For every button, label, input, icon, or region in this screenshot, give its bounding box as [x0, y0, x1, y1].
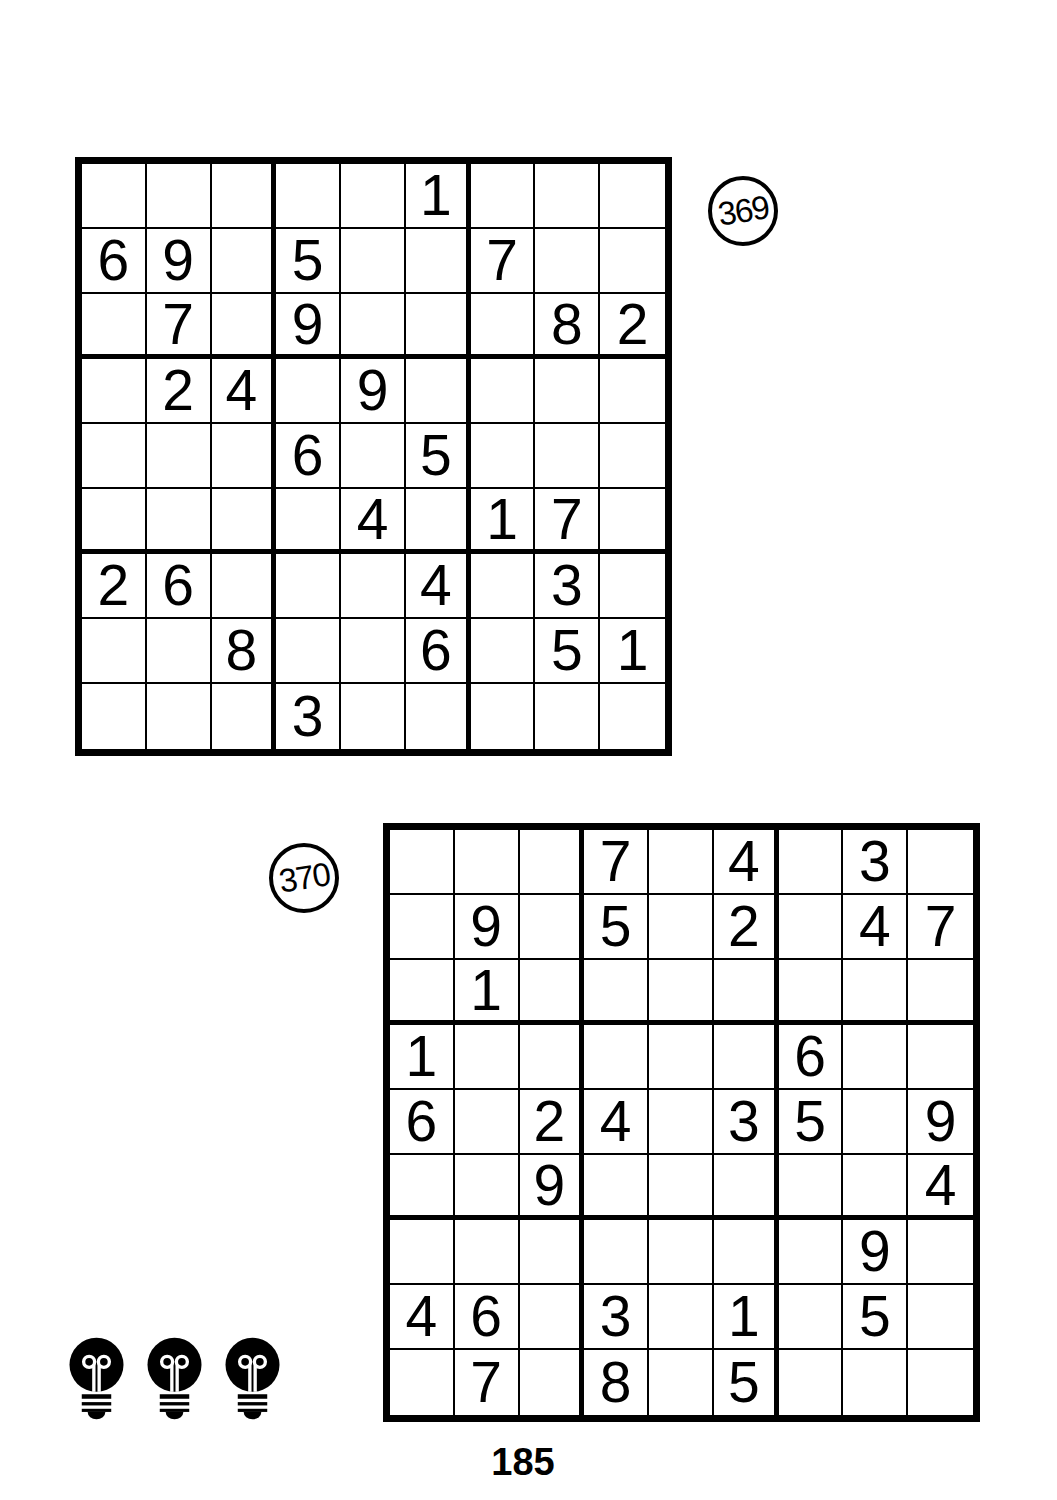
cell-r4c5: 9	[341, 359, 406, 424]
cell-r2c9: 7	[908, 895, 973, 960]
cell-r6c6[interactable]	[406, 489, 471, 554]
cell-r4c4[interactable]	[584, 1025, 649, 1090]
cell-r1c9[interactable]	[908, 830, 973, 895]
cell-r3c8[interactable]	[843, 960, 908, 1025]
cell-r2c6: 2	[714, 895, 779, 960]
cell-r8c9[interactable]	[908, 1285, 973, 1350]
cell-r7c8: 3	[535, 554, 600, 619]
cell-r4c2: 2	[147, 359, 212, 424]
cell-r3c2: 7	[147, 294, 212, 359]
puzzle-370-number-badge: 370	[269, 843, 339, 913]
cell-r9c4: 8	[584, 1350, 649, 1415]
cell-r3c5[interactable]	[649, 960, 714, 1025]
cell-r7c6: 4	[406, 554, 471, 619]
cell-r9c5[interactable]	[649, 1350, 714, 1415]
lightbulb-icon	[69, 1337, 124, 1424]
cell-r9c9[interactable]	[600, 684, 665, 749]
cell-r3c8: 8	[535, 294, 600, 359]
book-page: 369 16957798224965417264386513 370 74395…	[0, 0, 1057, 1500]
cell-r1c7[interactable]	[471, 164, 536, 229]
cell-r9c6[interactable]	[406, 684, 471, 749]
cell-r3c9[interactable]	[908, 960, 973, 1025]
cell-r6c9[interactable]	[600, 489, 665, 554]
cell-r5c4: 4	[584, 1090, 649, 1155]
cell-r8c5[interactable]	[649, 1285, 714, 1350]
cell-r5c7[interactable]	[471, 424, 536, 489]
cell-r2c3[interactable]	[520, 895, 585, 960]
cell-r6c4[interactable]	[276, 489, 341, 554]
cell-r2c6[interactable]	[406, 229, 471, 294]
cell-r1c7[interactable]	[779, 830, 844, 895]
cell-r4c9[interactable]	[908, 1025, 973, 1090]
cell-r8c6: 1	[714, 1285, 779, 1350]
cell-r8c2: 6	[455, 1285, 520, 1350]
puzzle-369-number: 369	[715, 188, 771, 233]
cell-r4c7: 6	[779, 1025, 844, 1090]
cell-r2c4: 5	[584, 895, 649, 960]
cell-r9c2: 7	[455, 1350, 520, 1415]
cell-r5c9: 9	[908, 1090, 973, 1155]
cell-r4c2[interactable]	[455, 1025, 520, 1090]
cell-r2c2: 9	[147, 229, 212, 294]
cell-r4c6[interactable]	[406, 359, 471, 424]
cell-r2c2: 9	[455, 895, 520, 960]
cell-r5c8[interactable]	[535, 424, 600, 489]
cell-r9c2[interactable]	[147, 684, 212, 749]
cell-r8c7[interactable]	[779, 1285, 844, 1350]
cell-r1c4: 7	[584, 830, 649, 895]
cell-r8c1[interactable]	[82, 619, 147, 684]
cell-r5c4: 6	[276, 424, 341, 489]
cell-r6c9: 4	[908, 1155, 973, 1220]
cell-r8c8: 5	[843, 1285, 908, 1350]
cell-r3c3[interactable]	[212, 294, 277, 359]
cell-r7c6[interactable]	[714, 1220, 779, 1285]
cell-r7c1[interactable]	[390, 1220, 455, 1285]
cell-r1c5[interactable]	[649, 830, 714, 895]
cell-r5c6: 3	[714, 1090, 779, 1155]
cell-r1c3[interactable]	[212, 164, 277, 229]
cell-r3c3[interactable]	[520, 960, 585, 1025]
cell-r4c1: 1	[390, 1025, 455, 1090]
cell-r2c1: 6	[82, 229, 147, 294]
cell-r1c4[interactable]	[276, 164, 341, 229]
cell-r7c7[interactable]	[471, 554, 536, 619]
cell-r5c2[interactable]	[147, 424, 212, 489]
puzzle-370-number: 370	[276, 855, 332, 900]
cell-r7c3[interactable]	[212, 554, 277, 619]
cell-r8c9: 1	[600, 619, 665, 684]
cell-r1c6: 1	[406, 164, 471, 229]
cell-r7c1: 2	[82, 554, 147, 619]
cell-r3c4: 9	[276, 294, 341, 359]
sudoku-grid-370: 7439524711662435994946315785	[383, 823, 980, 1422]
cell-r6c3: 9	[520, 1155, 585, 1220]
cell-r4c1[interactable]	[82, 359, 147, 424]
cell-r2c5[interactable]	[341, 229, 406, 294]
cell-r9c5[interactable]	[341, 684, 406, 749]
cell-r8c7[interactable]	[471, 619, 536, 684]
cell-r1c2[interactable]	[455, 830, 520, 895]
cell-r6c7: 1	[471, 489, 536, 554]
cell-r3c1[interactable]	[390, 960, 455, 1025]
cell-r1c6: 4	[714, 830, 779, 895]
cell-r6c1[interactable]	[82, 489, 147, 554]
cell-r4c5[interactable]	[649, 1025, 714, 1090]
cell-r9c7[interactable]	[779, 1350, 844, 1415]
cell-r8c6: 6	[406, 619, 471, 684]
cell-r4c4[interactable]	[276, 359, 341, 424]
cell-r4c3[interactable]	[520, 1025, 585, 1090]
cell-r7c7[interactable]	[779, 1220, 844, 1285]
cell-r8c2[interactable]	[147, 619, 212, 684]
sudoku-grid-369: 16957798224965417264386513	[75, 157, 672, 756]
cell-r3c7[interactable]	[779, 960, 844, 1025]
cell-r1c5[interactable]	[341, 164, 406, 229]
cell-r1c8[interactable]	[535, 164, 600, 229]
cell-r1c2[interactable]	[147, 164, 212, 229]
cell-r6c5[interactable]	[649, 1155, 714, 1220]
cell-r6c8[interactable]	[843, 1155, 908, 1220]
cell-r8c1: 4	[390, 1285, 455, 1350]
cell-r6c5: 4	[341, 489, 406, 554]
cell-r4c9[interactable]	[600, 359, 665, 424]
cell-r3c2: 1	[455, 960, 520, 1025]
cell-r2c5[interactable]	[649, 895, 714, 960]
cell-r2c4: 5	[276, 229, 341, 294]
page-number: 185	[485, 1441, 561, 1484]
cell-r2c8[interactable]	[535, 229, 600, 294]
cell-r3c1[interactable]	[82, 294, 147, 359]
lightbulb-icon	[225, 1337, 280, 1424]
cell-r9c6: 5	[714, 1350, 779, 1415]
cell-r3c5[interactable]	[341, 294, 406, 359]
cell-r6c1[interactable]	[390, 1155, 455, 1220]
cell-r1c3[interactable]	[520, 830, 585, 895]
cell-r4c8[interactable]	[843, 1025, 908, 1090]
cell-r9c1[interactable]	[82, 684, 147, 749]
cell-r8c8: 5	[535, 619, 600, 684]
cell-r5c8[interactable]	[843, 1090, 908, 1155]
cell-r5c3: 2	[520, 1090, 585, 1155]
lightbulb-icon	[147, 1337, 202, 1424]
cell-r9c9[interactable]	[908, 1350, 973, 1415]
cell-r9c8[interactable]	[843, 1350, 908, 1415]
cell-r5c1: 6	[390, 1090, 455, 1155]
cell-r7c2[interactable]	[455, 1220, 520, 1285]
cell-r3c6[interactable]	[406, 294, 471, 359]
cell-r2c7: 7	[471, 229, 536, 294]
cell-r3c9: 2	[600, 294, 665, 359]
cell-r6c8: 7	[535, 489, 600, 554]
cell-r7c9[interactable]	[908, 1220, 973, 1285]
cell-r5c7: 5	[779, 1090, 844, 1155]
cell-r5c2[interactable]	[455, 1090, 520, 1155]
cell-r9c8[interactable]	[535, 684, 600, 749]
cell-r9c7[interactable]	[471, 684, 536, 749]
cell-r6c2[interactable]	[455, 1155, 520, 1220]
cell-r6c3[interactable]	[212, 489, 277, 554]
cell-r7c5[interactable]	[649, 1220, 714, 1285]
cell-r8c3[interactable]	[520, 1285, 585, 1350]
cell-r5c5[interactable]	[341, 424, 406, 489]
cell-r1c1[interactable]	[82, 164, 147, 229]
puzzle-369-number-badge: 369	[708, 176, 778, 246]
cell-r6c7[interactable]	[779, 1155, 844, 1220]
cell-r8c3: 8	[212, 619, 277, 684]
cell-r3c6[interactable]	[714, 960, 779, 1025]
cell-r2c8: 4	[843, 895, 908, 960]
cell-r5c3[interactable]	[212, 424, 277, 489]
cell-r4c3: 4	[212, 359, 277, 424]
cell-r3c7[interactable]	[471, 294, 536, 359]
difficulty-rating	[69, 1337, 280, 1424]
cell-r2c9[interactable]	[600, 229, 665, 294]
cell-r4c6[interactable]	[714, 1025, 779, 1090]
cell-r2c3[interactable]	[212, 229, 277, 294]
cell-r6c2[interactable]	[147, 489, 212, 554]
cell-r9c3[interactable]	[212, 684, 277, 749]
cell-r1c1[interactable]	[390, 830, 455, 895]
cell-r5c9[interactable]	[600, 424, 665, 489]
cell-r9c4: 3	[276, 684, 341, 749]
cell-r7c4[interactable]	[584, 1220, 649, 1285]
cell-r7c5[interactable]	[341, 554, 406, 619]
cell-r5c6: 5	[406, 424, 471, 489]
cell-r8c4: 3	[584, 1285, 649, 1350]
cell-r7c3[interactable]	[520, 1220, 585, 1285]
cell-r8c4[interactable]	[276, 619, 341, 684]
cell-r7c8: 9	[843, 1220, 908, 1285]
cell-r3c4[interactable]	[584, 960, 649, 1025]
cell-r8c5[interactable]	[341, 619, 406, 684]
cell-r2c7[interactable]	[779, 895, 844, 960]
cell-r6c6[interactable]	[714, 1155, 779, 1220]
cell-r1c9[interactable]	[600, 164, 665, 229]
cell-r7c4[interactable]	[276, 554, 341, 619]
cell-r7c2: 6	[147, 554, 212, 619]
cell-r5c1[interactable]	[82, 424, 147, 489]
cell-r2c1[interactable]	[390, 895, 455, 960]
cell-r9c1[interactable]	[390, 1350, 455, 1415]
cell-r6c4[interactable]	[584, 1155, 649, 1220]
cell-r1c8: 3	[843, 830, 908, 895]
cell-r9c3[interactable]	[520, 1350, 585, 1415]
cell-r5c5[interactable]	[649, 1090, 714, 1155]
cell-r4c8[interactable]	[535, 359, 600, 424]
cell-r4c7[interactable]	[471, 359, 536, 424]
cell-r7c9[interactable]	[600, 554, 665, 619]
